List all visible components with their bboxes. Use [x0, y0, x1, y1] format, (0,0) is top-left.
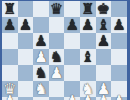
white-pawn-g3[interactable]: ♟ — [96, 81, 112, 97]
square-h4[interactable] — [111, 65, 127, 81]
square-c6[interactable]: ♟ — [33, 33, 49, 49]
square-h3[interactable] — [111, 81, 127, 97]
square-e6[interactable] — [64, 33, 80, 49]
square-h6[interactable] — [111, 33, 127, 49]
chess-board-frame: ♜♛♜♚♟♟♟♟♝♟♟♟♟♞♝♞♟♛♞♞♟♟♟♟♟♟ — [0, 0, 130, 100]
square-d3[interactable] — [49, 81, 65, 97]
black-knight-c4[interactable]: ♞ — [33, 65, 49, 81]
white-pawn-c5[interactable]: ♟ — [33, 49, 49, 65]
black-rook-a8[interactable]: ♜ — [2, 1, 18, 17]
chess-board[interactable]: ♜♛♜♚♟♟♟♟♝♟♟♟♟♞♝♞♟♛♞♞♟♟♟♟♟♟ — [2, 1, 127, 100]
square-e8[interactable] — [64, 1, 80, 17]
black-pawn-h7[interactable]: ♟ — [111, 17, 127, 33]
square-f7[interactable]: ♟ — [80, 17, 96, 33]
black-pawn-a7[interactable]: ♟ — [2, 17, 18, 33]
square-a8[interactable]: ♜ — [2, 1, 18, 17]
black-pawn-c6[interactable]: ♟ — [33, 33, 49, 49]
square-h8[interactable] — [111, 1, 127, 17]
square-b6[interactable] — [18, 33, 34, 49]
square-h5[interactable] — [111, 49, 127, 65]
square-a7[interactable]: ♟ — [2, 17, 18, 33]
square-d6[interactable] — [49, 33, 65, 49]
square-g8[interactable]: ♚ — [96, 1, 112, 17]
square-g4[interactable] — [96, 65, 112, 81]
black-pawn-f7[interactable]: ♟ — [80, 17, 96, 33]
square-b5[interactable] — [18, 49, 34, 65]
square-f3[interactable]: ♞ — [80, 81, 96, 97]
square-c8[interactable] — [33, 1, 49, 17]
square-b8[interactable] — [18, 1, 34, 17]
white-knight-f3[interactable]: ♞ — [80, 81, 96, 97]
square-d7[interactable] — [49, 17, 65, 33]
black-pawn-e7[interactable]: ♟ — [64, 17, 80, 33]
black-pawn-g6[interactable]: ♟ — [96, 33, 112, 49]
square-h7[interactable]: ♟ — [111, 17, 127, 33]
square-g3[interactable]: ♟ — [96, 81, 112, 97]
square-b2[interactable] — [18, 97, 34, 100]
square-a3[interactable]: ♛ — [2, 81, 18, 97]
square-b7[interactable]: ♟ — [18, 17, 34, 33]
square-e4[interactable] — [64, 65, 80, 81]
square-a6[interactable] — [2, 33, 18, 49]
white-knight-c3[interactable]: ♞ — [33, 81, 49, 97]
square-g2[interactable]: ♟ — [96, 97, 112, 100]
square-d8[interactable]: ♛ — [49, 1, 65, 17]
square-a5[interactable] — [2, 49, 18, 65]
white-queen-a3[interactable]: ♛ — [2, 81, 18, 97]
square-f2[interactable]: ♟ — [80, 97, 96, 100]
square-f6[interactable] — [80, 33, 96, 49]
square-g6[interactable]: ♟ — [96, 33, 112, 49]
square-e2[interactable]: ♟ — [64, 97, 80, 100]
white-pawn-d4[interactable]: ♟ — [49, 65, 65, 81]
black-bishop-g7[interactable]: ♝ — [96, 17, 112, 33]
black-rook-f8[interactable]: ♜ — [80, 1, 96, 17]
square-d4[interactable]: ♟ — [49, 65, 65, 81]
square-e7[interactable]: ♟ — [64, 17, 80, 33]
square-c4[interactable]: ♞ — [33, 65, 49, 81]
square-d5[interactable]: ♞ — [49, 49, 65, 65]
square-c2[interactable] — [33, 97, 49, 100]
square-g7[interactable]: ♝ — [96, 17, 112, 33]
black-queen-d8[interactable]: ♛ — [49, 1, 65, 17]
black-bishop-f5[interactable]: ♝ — [80, 49, 96, 65]
square-h2[interactable]: ♟ — [111, 97, 127, 100]
black-king-g8[interactable]: ♚ — [96, 1, 112, 17]
square-b3[interactable] — [18, 81, 34, 97]
black-pawn-b7[interactable]: ♟ — [18, 17, 34, 33]
square-f4[interactable] — [80, 65, 96, 81]
square-d2[interactable] — [49, 97, 65, 100]
square-f5[interactable]: ♝ — [80, 49, 96, 65]
square-a4[interactable] — [2, 65, 18, 81]
square-e5[interactable] — [64, 49, 80, 65]
square-c3[interactable]: ♞ — [33, 81, 49, 97]
square-a2[interactable]: ♟ — [2, 97, 18, 100]
black-knight-d5[interactable]: ♞ — [49, 49, 65, 65]
square-e3[interactable] — [64, 81, 80, 97]
square-c7[interactable] — [33, 17, 49, 33]
square-b4[interactable] — [18, 65, 34, 81]
square-g5[interactable] — [96, 49, 112, 65]
square-f8[interactable]: ♜ — [80, 1, 96, 17]
square-c5[interactable]: ♟ — [33, 49, 49, 65]
